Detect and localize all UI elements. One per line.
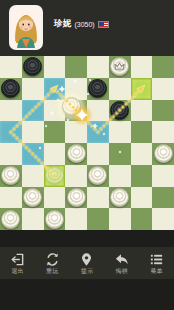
- hint-icon: [79, 252, 94, 267]
- board-cell[interactable]: [22, 165, 44, 187]
- board-cell[interactable]: [152, 121, 174, 143]
- menu-button[interactable]: 菜单: [139, 247, 174, 279]
- board-cell[interactable]: [65, 208, 87, 230]
- white-piece[interactable]: [67, 144, 86, 163]
- board-cell[interactable]: [65, 165, 87, 187]
- checkers-board[interactable]: [0, 56, 174, 230]
- board-cell[interactable]: [152, 100, 174, 122]
- white-piece[interactable]: [67, 188, 86, 207]
- board-cell[interactable]: [87, 208, 109, 230]
- board-cell[interactable]: [131, 121, 153, 143]
- game-toolbar: 退出 重玩 提示 悔棋: [0, 247, 174, 279]
- black-piece[interactable]: [110, 101, 129, 120]
- board-cell[interactable]: [131, 187, 153, 209]
- board-cell[interactable]: [44, 121, 66, 143]
- board-cell[interactable]: [131, 100, 153, 122]
- board-cell[interactable]: [87, 121, 109, 143]
- board-cell[interactable]: [131, 208, 153, 230]
- board-cell[interactable]: [152, 165, 174, 187]
- bottom-panel: 退出 重玩 提示 悔棋: [0, 230, 174, 310]
- white-piece[interactable]: [45, 210, 64, 229]
- board-cell[interactable]: [0, 100, 22, 122]
- board-cell[interactable]: [87, 143, 109, 165]
- board-cell[interactable]: [152, 208, 174, 230]
- exit-icon: [10, 252, 25, 267]
- board-cell[interactable]: [109, 165, 131, 187]
- replay-button[interactable]: 重玩: [35, 247, 70, 279]
- board-cell[interactable]: [22, 143, 44, 165]
- board-cell[interactable]: [22, 121, 44, 143]
- white-piece[interactable]: [154, 144, 173, 163]
- undo-button[interactable]: 悔棋: [104, 247, 139, 279]
- board-cell[interactable]: [22, 78, 44, 100]
- player-name: 珍妮: [54, 18, 71, 30]
- board-cell[interactable]: [44, 78, 66, 100]
- player-rating: (3050): [74, 21, 94, 28]
- board-cell[interactable]: [109, 121, 131, 143]
- board-cell[interactable]: [0, 56, 22, 78]
- replay-icon: [45, 252, 60, 267]
- white-piece[interactable]: [110, 188, 129, 207]
- board-cell[interactable]: [87, 100, 109, 122]
- board-cell[interactable]: [22, 208, 44, 230]
- undo-icon: [114, 252, 129, 267]
- board-cell[interactable]: [44, 56, 66, 78]
- board-cell[interactable]: [152, 187, 174, 209]
- player-header: 珍妮 (3050): [0, 0, 174, 56]
- moving-white-piece[interactable]: [62, 97, 81, 116]
- board-cell[interactable]: [87, 187, 109, 209]
- menu-label: 菜单: [151, 268, 163, 275]
- replay-label: 重玩: [46, 268, 58, 275]
- board-cell[interactable]: [44, 187, 66, 209]
- board-cell[interactable]: [0, 187, 22, 209]
- exit-button[interactable]: 退出: [0, 247, 35, 279]
- board-cell[interactable]: [65, 121, 87, 143]
- hint-button[interactable]: 提示: [70, 247, 105, 279]
- avatar-illustration: [11, 7, 41, 48]
- us-flag-icon: [98, 21, 109, 28]
- player-avatar[interactable]: [9, 5, 43, 50]
- player-info: 珍妮 (3050): [54, 18, 109, 30]
- king-crown-icon: [111, 58, 128, 75]
- board-cell[interactable]: [44, 143, 66, 165]
- white-piece[interactable]: [1, 210, 20, 229]
- board-cell[interactable]: [65, 56, 87, 78]
- board-cell[interactable]: [87, 56, 109, 78]
- board-cell[interactable]: [131, 165, 153, 187]
- menu-icon: [149, 252, 164, 267]
- exit-label: 退出: [11, 268, 23, 275]
- board-cell[interactable]: [0, 121, 22, 143]
- board-cell[interactable]: [152, 78, 174, 100]
- board-cell[interactable]: [131, 143, 153, 165]
- board-cell[interactable]: [131, 56, 153, 78]
- white-piece[interactable]: [23, 188, 42, 207]
- board-cell[interactable]: [109, 78, 131, 100]
- board-cell[interactable]: [109, 208, 131, 230]
- board-cell[interactable]: [0, 143, 22, 165]
- board-cell[interactable]: [109, 143, 131, 165]
- hint-label: 提示: [81, 268, 93, 275]
- board-cell[interactable]: [152, 56, 174, 78]
- ghost-white-piece[interactable]: [45, 166, 64, 185]
- undo-label: 悔棋: [116, 268, 128, 275]
- board-cell[interactable]: [131, 78, 153, 100]
- board-cell[interactable]: [22, 100, 44, 122]
